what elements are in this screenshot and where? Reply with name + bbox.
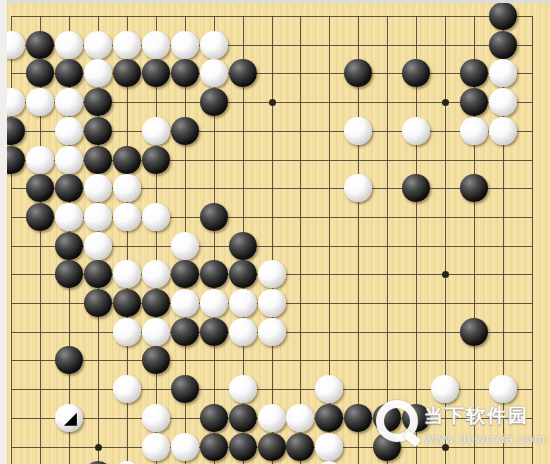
black-stone[interactable] bbox=[229, 433, 257, 461]
white-stone[interactable] bbox=[229, 375, 257, 403]
black-stone[interactable] bbox=[344, 404, 372, 432]
grid-line-vertical bbox=[11, 16, 12, 464]
black-stone[interactable] bbox=[258, 433, 286, 461]
black-stone[interactable] bbox=[142, 146, 170, 174]
white-stone[interactable] bbox=[142, 117, 170, 145]
go-app-screenshot: 当下软件园 www.downxia.com bbox=[0, 0, 550, 464]
black-stone[interactable] bbox=[489, 31, 517, 59]
white-stone[interactable] bbox=[142, 318, 170, 346]
watermark-text-block: 当下软件园 www.downxia.com bbox=[424, 403, 546, 446]
star-point bbox=[442, 99, 449, 106]
black-stone[interactable] bbox=[84, 117, 112, 145]
go-board[interactable]: 当下软件园 www.downxia.com bbox=[7, 3, 550, 464]
black-stone[interactable] bbox=[489, 3, 517, 30]
white-stone[interactable] bbox=[84, 59, 112, 87]
window-left-strip bbox=[0, 0, 7, 464]
watermark: 当下软件园 www.downxia.com bbox=[374, 398, 546, 450]
white-stone[interactable] bbox=[113, 260, 141, 288]
white-stone[interactable] bbox=[258, 404, 286, 432]
black-stone[interactable] bbox=[142, 346, 170, 374]
white-stone[interactable] bbox=[55, 404, 83, 432]
black-stone[interactable] bbox=[200, 404, 228, 432]
black-stone[interactable] bbox=[55, 346, 83, 374]
white-stone[interactable] bbox=[171, 232, 199, 260]
black-stone[interactable] bbox=[229, 232, 257, 260]
white-stone[interactable] bbox=[113, 375, 141, 403]
white-stone[interactable] bbox=[489, 88, 517, 116]
white-stone[interactable] bbox=[55, 117, 83, 145]
white-stone[interactable] bbox=[286, 404, 314, 432]
downxia-logo-icon bbox=[374, 398, 420, 450]
black-stone[interactable] bbox=[171, 117, 199, 145]
black-stone[interactable] bbox=[460, 318, 488, 346]
black-stone[interactable] bbox=[171, 59, 199, 87]
white-stone[interactable] bbox=[55, 88, 83, 116]
white-stone[interactable] bbox=[229, 289, 257, 317]
black-stone[interactable] bbox=[26, 174, 54, 202]
last-move-triangle-marker bbox=[64, 413, 77, 426]
white-stone[interactable] bbox=[315, 433, 343, 461]
white-stone[interactable] bbox=[171, 289, 199, 317]
white-stone[interactable] bbox=[142, 203, 170, 231]
black-stone[interactable] bbox=[84, 289, 112, 317]
black-stone[interactable] bbox=[200, 260, 228, 288]
black-stone[interactable] bbox=[113, 146, 141, 174]
white-stone[interactable] bbox=[200, 289, 228, 317]
black-stone[interactable] bbox=[55, 232, 83, 260]
white-stone[interactable] bbox=[258, 318, 286, 346]
black-stone[interactable] bbox=[315, 404, 343, 432]
white-stone[interactable] bbox=[55, 146, 83, 174]
white-stone[interactable] bbox=[142, 31, 170, 59]
black-stone[interactable] bbox=[460, 174, 488, 202]
black-stone[interactable] bbox=[84, 260, 112, 288]
black-stone[interactable] bbox=[171, 375, 199, 403]
logo-tail bbox=[403, 430, 421, 447]
black-stone[interactable] bbox=[171, 260, 199, 288]
white-stone[interactable] bbox=[84, 174, 112, 202]
star-point bbox=[269, 99, 276, 106]
white-stone[interactable] bbox=[84, 203, 112, 231]
white-stone[interactable] bbox=[171, 31, 199, 59]
window-top-strip bbox=[0, 0, 550, 3]
white-stone[interactable] bbox=[200, 31, 228, 59]
white-stone[interactable] bbox=[171, 433, 199, 461]
white-stone[interactable] bbox=[7, 31, 25, 59]
white-stone[interactable] bbox=[315, 375, 343, 403]
black-stone[interactable] bbox=[200, 433, 228, 461]
black-stone[interactable] bbox=[200, 203, 228, 231]
white-stone[interactable] bbox=[344, 174, 372, 202]
black-stone[interactable] bbox=[142, 289, 170, 317]
white-stone[interactable] bbox=[26, 146, 54, 174]
black-stone[interactable] bbox=[55, 260, 83, 288]
black-stone[interactable] bbox=[7, 117, 25, 145]
white-stone[interactable] bbox=[26, 88, 54, 116]
white-stone[interactable] bbox=[344, 117, 372, 145]
grid-line-vertical bbox=[300, 16, 301, 464]
white-stone[interactable] bbox=[113, 318, 141, 346]
white-stone[interactable] bbox=[84, 31, 112, 59]
white-stone[interactable] bbox=[258, 289, 286, 317]
black-stone[interactable] bbox=[55, 174, 83, 202]
black-stone[interactable] bbox=[171, 318, 199, 346]
white-stone[interactable] bbox=[113, 203, 141, 231]
white-stone[interactable] bbox=[142, 260, 170, 288]
star-point bbox=[95, 444, 102, 451]
black-stone[interactable] bbox=[344, 59, 372, 87]
white-stone[interactable] bbox=[113, 31, 141, 59]
white-stone[interactable] bbox=[142, 433, 170, 461]
white-stone[interactable] bbox=[55, 203, 83, 231]
white-stone[interactable] bbox=[84, 232, 112, 260]
grid-line-vertical bbox=[387, 16, 388, 464]
black-stone[interactable] bbox=[286, 433, 314, 461]
white-stone[interactable] bbox=[489, 117, 517, 145]
white-stone[interactable] bbox=[55, 31, 83, 59]
white-stone[interactable] bbox=[402, 117, 430, 145]
black-stone[interactable] bbox=[402, 59, 430, 87]
black-stone[interactable] bbox=[26, 31, 54, 59]
white-stone[interactable] bbox=[200, 59, 228, 87]
star-point bbox=[442, 271, 449, 278]
black-stone[interactable] bbox=[113, 289, 141, 317]
watermark-site-url: www.downxia.com bbox=[424, 431, 546, 446]
white-stone[interactable] bbox=[142, 404, 170, 432]
black-stone[interactable] bbox=[142, 59, 170, 87]
black-stone[interactable] bbox=[26, 203, 54, 231]
black-stone[interactable] bbox=[460, 59, 488, 87]
black-stone[interactable] bbox=[7, 146, 25, 174]
white-stone[interactable] bbox=[113, 174, 141, 202]
black-stone[interactable] bbox=[229, 404, 257, 432]
black-stone[interactable] bbox=[26, 59, 54, 87]
white-stone[interactable] bbox=[258, 260, 286, 288]
black-stone[interactable] bbox=[84, 146, 112, 174]
black-stone[interactable] bbox=[55, 59, 83, 87]
black-stone[interactable] bbox=[200, 88, 228, 116]
black-stone[interactable] bbox=[229, 260, 257, 288]
watermark-site-name: 当下软件园 bbox=[424, 403, 546, 429]
grid-line-vertical bbox=[272, 16, 273, 464]
white-stone[interactable] bbox=[460, 117, 488, 145]
black-stone[interactable] bbox=[84, 88, 112, 116]
black-stone[interactable] bbox=[229, 59, 257, 87]
black-stone[interactable] bbox=[460, 88, 488, 116]
black-stone[interactable] bbox=[113, 59, 141, 87]
white-stone[interactable] bbox=[229, 318, 257, 346]
black-stone[interactable] bbox=[200, 318, 228, 346]
black-stone[interactable] bbox=[402, 174, 430, 202]
white-stone[interactable] bbox=[7, 88, 25, 116]
grid-line-vertical bbox=[532, 16, 533, 464]
white-stone[interactable] bbox=[489, 59, 517, 87]
